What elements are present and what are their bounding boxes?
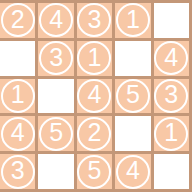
cell-digit: 5 <box>49 120 63 145</box>
cell-digit: 2 <box>88 120 102 145</box>
cell-r1c2[interactable]: 4 <box>38 3 73 38</box>
number-circle: 3 <box>77 3 111 37</box>
number-circle: 5 <box>77 155 111 189</box>
cell-r1c5[interactable] <box>154 3 189 38</box>
cell-r5c1[interactable]: 3 <box>0 154 35 189</box>
cell-r4c1[interactable]: 4 <box>0 116 35 151</box>
number-circle: 2 <box>1 3 35 37</box>
cell-digit: 5 <box>88 158 102 183</box>
cell-r3c2[interactable] <box>38 79 73 114</box>
cell-r5c4[interactable]: 4 <box>115 154 150 189</box>
cell-digit: 3 <box>164 82 178 107</box>
cell-r3c4[interactable]: 5 <box>115 79 150 114</box>
cell-r1c3[interactable]: 3 <box>77 3 112 38</box>
cell-digit: 1 <box>126 7 140 32</box>
cell-r3c5[interactable]: 3 <box>154 79 189 114</box>
cell-r2c5[interactable]: 4 <box>154 41 189 76</box>
cell-r5c2[interactable] <box>38 154 73 189</box>
number-circle: 5 <box>116 79 150 113</box>
number-circle: 3 <box>154 79 188 113</box>
number-circle: 1 <box>1 79 35 113</box>
cell-r2c3[interactable]: 1 <box>77 41 112 76</box>
cell-r2c1[interactable] <box>0 41 35 76</box>
cell-digit: 3 <box>88 7 102 32</box>
cell-r2c2[interactable]: 3 <box>38 41 73 76</box>
cell-r1c4[interactable]: 1 <box>115 3 150 38</box>
cell-digit: 3 <box>49 45 63 70</box>
cell-digit: 1 <box>88 45 102 70</box>
cell-digit: 5 <box>126 82 140 107</box>
cell-digit: 3 <box>11 158 25 183</box>
cell-r4c4[interactable] <box>115 116 150 151</box>
number-circle: 4 <box>77 79 111 113</box>
number-circle: 3 <box>1 155 35 189</box>
cell-r3c1[interactable]: 1 <box>0 79 35 114</box>
cell-r5c3[interactable]: 5 <box>77 154 112 189</box>
number-circle: 5 <box>39 117 73 151</box>
cell-digit: 4 <box>49 7 63 32</box>
cell-r4c3[interactable]: 2 <box>77 116 112 151</box>
number-circle: 4 <box>1 117 35 151</box>
number-circle: 2 <box>77 117 111 151</box>
cell-r3c3[interactable]: 4 <box>77 79 112 114</box>
cell-digit: 1 <box>11 82 25 107</box>
number-circle: 1 <box>116 3 150 37</box>
cell-r4c5[interactable]: 1 <box>154 116 189 151</box>
cell-digit: 4 <box>11 120 25 145</box>
cell-digit: 4 <box>126 158 140 183</box>
number-circle: 4 <box>116 155 150 189</box>
puzzle-board: 243131414534521354 <box>0 0 192 192</box>
cell-digit: 2 <box>11 7 25 32</box>
cell-digit: 4 <box>88 82 102 107</box>
cell-digit: 4 <box>164 45 178 70</box>
number-circle: 4 <box>39 3 73 37</box>
cell-r1c1[interactable]: 2 <box>0 3 35 38</box>
cell-r5c5[interactable] <box>154 154 189 189</box>
number-circle: 1 <box>77 41 111 75</box>
cell-digit: 1 <box>164 120 178 145</box>
number-circle: 1 <box>154 117 188 151</box>
number-circle: 4 <box>154 41 188 75</box>
cell-r2c4[interactable] <box>115 41 150 76</box>
number-circle: 3 <box>39 41 73 75</box>
cell-r4c2[interactable]: 5 <box>38 116 73 151</box>
